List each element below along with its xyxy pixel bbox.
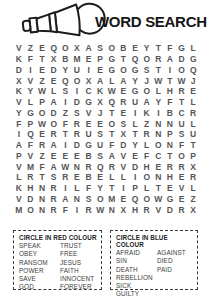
grid-cell-r15c2[interactable]: D: [25, 194, 37, 205]
grid-cell-r7c12[interactable]: K: [141, 108, 153, 119]
grid-cell-r5c9[interactable]: W: [106, 86, 118, 97]
grid-cell-r12c12[interactable]: H: [141, 161, 153, 172]
grid-cell-r1c12[interactable]: Y: [141, 43, 153, 54]
grid-cell-r15c6[interactable]: N: [71, 194, 83, 205]
grid-cell-r2c6[interactable]: M: [71, 54, 83, 65]
grid-cell-r5c8[interactable]: K: [94, 86, 106, 97]
grid-cell-r2c15[interactable]: D: [176, 54, 188, 65]
grid-cell-r16c5[interactable]: F: [60, 204, 72, 215]
word-item: DIED: [157, 257, 197, 265]
grid-cell-r7c15[interactable]: C: [176, 108, 188, 119]
grid-cell-r5c12[interactable]: O: [141, 86, 153, 97]
grid-cell-r5c6[interactable]: I: [71, 86, 83, 97]
grid-cell-r16c1[interactable]: M: [13, 204, 25, 215]
grid-cell-r7c5[interactable]: Z: [60, 108, 72, 119]
grid-cell-r12c13[interactable]: E: [153, 161, 165, 172]
grid-cell-r10c12[interactable]: L: [141, 140, 153, 151]
grid-cell-r3c9[interactable]: G: [106, 65, 118, 76]
grid-cell-r1c8[interactable]: S: [94, 43, 106, 54]
word-item: SIN: [116, 257, 157, 265]
grid-cell-r15c13[interactable]: W: [153, 194, 165, 205]
grid-cell-r4c2[interactable]: V: [25, 75, 37, 86]
grid-cell-r6c11[interactable]: U: [129, 97, 141, 108]
grid-cell-r2c10[interactable]: T: [118, 54, 130, 65]
grid-cell-r15c14[interactable]: G: [164, 194, 176, 205]
grid-cell-r12c14[interactable]: R: [164, 161, 176, 172]
grid-cell-r6c8[interactable]: X: [94, 97, 106, 108]
grid-cell-r12c1[interactable]: V: [13, 161, 25, 172]
grid-cell-r6c5[interactable]: I: [60, 97, 72, 108]
grid-cell-r4c12[interactable]: J: [141, 75, 153, 86]
grid-cell-r15c15[interactable]: E: [176, 194, 188, 205]
grid-cell-r15c3[interactable]: N: [36, 194, 48, 205]
grid-cell-r12c6[interactable]: N: [71, 161, 83, 172]
grid-cell-r7c10[interactable]: E: [118, 108, 130, 119]
grid-cell-r13c3[interactable]: T: [36, 172, 48, 183]
grid-cell-r1c13[interactable]: T: [153, 43, 165, 54]
grid-cell-r10c5[interactable]: I: [60, 140, 72, 151]
grid-cell-r8c12[interactable]: Z: [141, 118, 153, 129]
grid-cell-r13c12[interactable]: O: [141, 172, 153, 183]
grid-cell-r11c4[interactable]: E: [48, 151, 60, 162]
grid-cell-r15c11[interactable]: Q: [129, 194, 141, 205]
grid-cell-r1c5[interactable]: O: [60, 43, 72, 54]
grid-cell-r3c1[interactable]: D: [13, 65, 25, 76]
grid-cell-r8c15[interactable]: U: [176, 118, 188, 129]
grid-cell-r8c16[interactable]: L: [187, 118, 199, 129]
grid-cell-r6c1[interactable]: V: [13, 97, 25, 108]
grid-cell-r15c4[interactable]: R: [48, 194, 60, 205]
grid-cell-r2c13[interactable]: R: [153, 54, 165, 65]
grid-cell-r10c2[interactable]: F: [25, 140, 37, 151]
grid-cell-r14c1[interactable]: K: [13, 183, 25, 194]
grid-cell-r2c3[interactable]: T: [36, 54, 48, 65]
grid-cell-r11c1[interactable]: P: [13, 151, 25, 162]
grid-cell-r13c13[interactable]: N: [153, 172, 165, 183]
grid-cell-r15c8[interactable]: O: [94, 194, 106, 205]
word-item: REBELLION: [116, 274, 157, 282]
grid-cell-r10c7[interactable]: G: [83, 140, 95, 151]
grid-cell-r16c3[interactable]: N: [36, 204, 48, 215]
grid-cell-r9c15[interactable]: S: [176, 129, 188, 140]
grid-cell-r13c7[interactable]: B: [83, 172, 95, 183]
grid-cell-r16c7[interactable]: R: [83, 204, 95, 215]
word-item: RANSOM: [19, 259, 60, 267]
grid-cell-r6c13[interactable]: Y: [153, 97, 165, 108]
grid-cell-r14c4[interactable]: R: [48, 183, 60, 194]
grid-cell-r15c5[interactable]: A: [60, 194, 72, 205]
grid-cell-r3c5[interactable]: Y: [60, 65, 72, 76]
grid-cell-r2c12[interactable]: O: [141, 54, 153, 65]
blue-box-title: CIRCLE IN BLUE COLOUR: [116, 234, 197, 248]
grid-cell-r1c9[interactable]: O: [106, 43, 118, 54]
grid-cell-r13c10[interactable]: L: [118, 172, 130, 183]
grid-cell-r5c11[interactable]: G: [129, 86, 141, 97]
grid-cell-r12c5[interactable]: W: [60, 161, 72, 172]
grid-cell-r1c16[interactable]: L: [187, 43, 199, 54]
grid-cell-r4c15[interactable]: W: [176, 75, 188, 86]
grid-cell-r14c6[interactable]: L: [71, 183, 83, 194]
grid-cell-r1c1[interactable]: V: [13, 43, 25, 54]
grid-cell-r10c3[interactable]: R: [36, 140, 48, 151]
grid-cell-r3c13[interactable]: T: [153, 65, 165, 76]
grid-cell-r7c11[interactable]: I: [129, 108, 141, 119]
grid-cell-r3c4[interactable]: D: [48, 65, 60, 76]
grid-cell-r11c13[interactable]: C: [153, 151, 165, 162]
grid-cell-r10c6[interactable]: D: [71, 140, 83, 151]
grid-cell-r5c10[interactable]: E: [118, 86, 130, 97]
grid-cell-r7c4[interactable]: D: [48, 108, 60, 119]
grid-cell-r15c1[interactable]: V: [13, 194, 25, 205]
grid-cell-r10c16[interactable]: T: [187, 140, 199, 151]
grid-cell-r7c9[interactable]: T: [106, 108, 118, 119]
grid-cell-r16c2[interactable]: O: [25, 204, 37, 215]
grid-cell-r5c3[interactable]: W: [36, 86, 48, 97]
grid-cell-r5c16[interactable]: E: [187, 86, 199, 97]
grid-cell-r12c8[interactable]: Q: [94, 161, 106, 172]
grid-cell-r2c14[interactable]: A: [164, 54, 176, 65]
grid-cell-r14c9[interactable]: T: [106, 183, 118, 194]
grid-cell-r2c4[interactable]: X: [48, 54, 60, 65]
grid-cell-r8c6[interactable]: R: [71, 118, 83, 129]
grid-cell-r2c1[interactable]: K: [13, 54, 25, 65]
grid-cell-r12c11[interactable]: D: [129, 161, 141, 172]
grid-cell-r11c10[interactable]: V: [118, 151, 130, 162]
grid-cell-r11c12[interactable]: F: [141, 151, 153, 162]
grid-cell-r13c16[interactable]: R: [187, 172, 199, 183]
word-search-grid: VZEQOXASOBEYTFGLKFTXBMEPGTQORADGDIEDYUIE…: [13, 43, 199, 215]
grid-cell-r1c6[interactable]: X: [71, 43, 83, 54]
grid-cell-r8c14[interactable]: N: [164, 118, 176, 129]
grid-cell-r10c9[interactable]: F: [106, 140, 118, 151]
grid-cell-r13c8[interactable]: E: [94, 172, 106, 183]
word-item: AGAINST: [157, 249, 197, 257]
grid-cell-r13c1[interactable]: L: [13, 172, 25, 183]
grid-cell-r14c3[interactable]: N: [36, 183, 48, 194]
grid-cell-r8c3[interactable]: W: [36, 118, 48, 129]
grid-cell-r16c8[interactable]: W: [94, 204, 106, 215]
grid-cell-r12c16[interactable]: X: [187, 161, 199, 172]
word-item: FREE: [60, 250, 101, 258]
grid-cell-r2c8[interactable]: P: [94, 54, 106, 65]
blue-word-column-1: AFRAIDSINDEATHREBELLIONSICKGUILTY: [116, 249, 157, 299]
grid-cell-r1c15[interactable]: G: [176, 43, 188, 54]
grid-cell-r9c12[interactable]: R: [141, 129, 153, 140]
grid-cell-r4c3[interactable]: Z: [36, 75, 48, 86]
grid-cell-r14c2[interactable]: H: [25, 183, 37, 194]
grid-cell-r14c14[interactable]: E: [164, 183, 176, 194]
grid-cell-r9c4[interactable]: R: [48, 129, 60, 140]
grid-cell-r7c13[interactable]: I: [153, 108, 165, 119]
grid-cell-r8c11[interactable]: L: [129, 118, 141, 129]
grid-cell-r3c15[interactable]: O: [176, 65, 188, 76]
red-word-box: CIRCLE IN RED COLOUR SPEAKOBEYRANSOMPOWE…: [13, 230, 102, 290]
word-item: TRUST: [60, 242, 101, 250]
grid-cell-r13c5[interactable]: R: [60, 172, 72, 183]
grid-cell-r15c10[interactable]: E: [118, 194, 130, 205]
grid-cell-r13c15[interactable]: E: [176, 172, 188, 183]
word-item: SICK: [116, 282, 157, 290]
grid-cell-r16c4[interactable]: R: [48, 204, 60, 215]
grid-cell-r2c7[interactable]: E: [83, 54, 95, 65]
grid-cell-r4c13[interactable]: W: [153, 75, 165, 86]
grid-cell-r6c14[interactable]: F: [164, 97, 176, 108]
grid-cell-r6c2[interactable]: L: [25, 97, 37, 108]
grid-cell-r1c10[interactable]: B: [118, 43, 130, 54]
grid-cell-r5c15[interactable]: R: [176, 86, 188, 97]
grid-cell-r11c15[interactable]: O: [176, 151, 188, 162]
grid-cell-r9c14[interactable]: P: [164, 129, 176, 140]
grid-cell-r6c3[interactable]: P: [36, 97, 48, 108]
grid-cell-r3c10[interactable]: O: [118, 65, 130, 76]
grid-cell-r1c2[interactable]: Z: [25, 43, 37, 54]
word-item: SAVE: [19, 275, 60, 283]
grid-cell-r2c11[interactable]: Q: [129, 54, 141, 65]
blue-box-columns: AFRAIDSINDEATHREBELLIONSICKGUILTY AGAINS…: [116, 249, 197, 299]
red-word-column-2: TRUSTFREEJESUSFAITHINNOCENTFOREVER: [60, 242, 101, 292]
grid-cell-r10c8[interactable]: U: [94, 140, 106, 151]
grid-cell-r3c16[interactable]: Q: [187, 65, 199, 76]
grid-cell-r14c13[interactable]: T: [153, 183, 165, 194]
grid-cell-r11c8[interactable]: S: [94, 151, 106, 162]
grid-cell-r4c1[interactable]: X: [13, 75, 25, 86]
grid-cell-r6c9[interactable]: Q: [106, 97, 118, 108]
grid-cell-r7c6[interactable]: S: [71, 108, 83, 119]
grid-cell-r12c15[interactable]: R: [176, 161, 188, 172]
grid-cell-r1c4[interactable]: Q: [48, 43, 60, 54]
header: WORD SEARCH: [0, 0, 212, 44]
grid-cell-r16c15[interactable]: R: [176, 204, 188, 215]
grid-cell-r9c11[interactable]: T: [129, 129, 141, 140]
red-word-column-1: SPEAKOBEYRANSOMPOWERSAVEGOD: [19, 242, 60, 292]
grid-cell-r16c12[interactable]: R: [141, 204, 153, 215]
grid-cell-r8c2[interactable]: P: [25, 118, 37, 129]
word-item: GUILTY: [116, 290, 157, 298]
grid-cell-r7c2[interactable]: G: [25, 108, 37, 119]
grid-cell-r14c16[interactable]: L: [187, 183, 199, 194]
grid-cell-r14c7[interactable]: F: [83, 183, 95, 194]
grid-cell-r11c3[interactable]: Z: [36, 151, 48, 162]
grid-cell-r11c11[interactable]: E: [129, 151, 141, 162]
grid-cell-r12c2[interactable]: M: [25, 161, 37, 172]
grid-cell-r12c3[interactable]: F: [36, 161, 48, 172]
grid-cell-r13c11[interactable]: I: [129, 172, 141, 183]
grid-cell-r10c4[interactable]: A: [48, 140, 60, 151]
grid-cell-r15c9[interactable]: M: [106, 194, 118, 205]
grid-cell-r9c1[interactable]: I: [13, 129, 25, 140]
grid-cell-r10c10[interactable]: D: [118, 140, 130, 151]
grid-cell-r3c3[interactable]: E: [36, 65, 48, 76]
grid-cell-r11c14[interactable]: T: [164, 151, 176, 162]
grid-cell-r16c9[interactable]: N: [106, 204, 118, 215]
grid-cell-r8c10[interactable]: S: [118, 118, 130, 129]
grid-cell-r16c13[interactable]: V: [153, 204, 165, 215]
word-item: OBEY: [19, 250, 60, 258]
grid-cell-r9c16[interactable]: U: [187, 129, 199, 140]
grid-cell-r1c11[interactable]: E: [129, 43, 141, 54]
grid-cell-r10c13[interactable]: O: [153, 140, 165, 151]
grid-cell-r9c3[interactable]: E: [36, 129, 48, 140]
grid-cell-r6c16[interactable]: L: [187, 97, 199, 108]
worksheet-page: WORD SEARCH VZEQOXASOBEYTFGLKFTXBMEPGTQO…: [0, 0, 212, 300]
grid-cell-r5c7[interactable]: C: [83, 86, 95, 97]
grid-cell-r5c5[interactable]: S: [60, 86, 72, 97]
grid-cell-r16c10[interactable]: X: [118, 204, 130, 215]
grid-cell-r10c11[interactable]: Y: [129, 140, 141, 151]
grid-cell-r3c6[interactable]: U: [71, 65, 83, 76]
grid-cell-r14c8[interactable]: Y: [94, 183, 106, 194]
grid-cell-r9c7[interactable]: U: [83, 129, 95, 140]
grid-cell-r9c6[interactable]: R: [71, 129, 83, 140]
grid-cell-r4c10[interactable]: A: [118, 75, 130, 86]
grid-cell-r9c8[interactable]: S: [94, 129, 106, 140]
grid-cell-r11c16[interactable]: P: [187, 151, 199, 162]
grid-cell-r4c8[interactable]: A: [94, 75, 106, 86]
grid-cell-r12c9[interactable]: R: [106, 161, 118, 172]
grid-cell-r6c7[interactable]: G: [83, 97, 95, 108]
grid-cell-r14c10[interactable]: I: [118, 183, 130, 194]
grid-cell-r5c1[interactable]: K: [13, 86, 25, 97]
grid-cell-r5c14[interactable]: H: [164, 86, 176, 97]
grid-cell-r7c3[interactable]: O: [36, 108, 48, 119]
blue-word-box: CIRCLE IN BLUE COLOUR AFRAIDSINDEATHREBE…: [110, 230, 198, 290]
grid-cell-r16c16[interactable]: X: [187, 204, 199, 215]
grid-cell-r4c4[interactable]: E: [48, 75, 60, 86]
grid-cell-r14c15[interactable]: V: [176, 183, 188, 194]
grid-cell-r3c7[interactable]: I: [83, 65, 95, 76]
word-item: SPEAK: [19, 242, 60, 250]
grid-cell-r5c2[interactable]: Y: [25, 86, 37, 97]
grid-cell-r10c15[interactable]: F: [176, 140, 188, 151]
grid-cell-r1c14[interactable]: F: [164, 43, 176, 54]
grid-cell-r8c1[interactable]: F: [13, 118, 25, 129]
grid-cell-r3c2[interactable]: I: [25, 65, 37, 76]
grid-cell-r11c7[interactable]: B: [83, 151, 95, 162]
word-item: GOD: [19, 283, 60, 291]
grid-cell-r7c1[interactable]: Y: [13, 108, 25, 119]
grid-cell-r11c2[interactable]: V: [25, 151, 37, 162]
word-item: FOREVER: [60, 283, 101, 291]
grid-cell-r11c9[interactable]: A: [106, 151, 118, 162]
grid-cell-r11c6[interactable]: E: [71, 151, 83, 162]
grid-cell-r6c10[interactable]: R: [118, 97, 130, 108]
grid-cell-r7c16[interactable]: R: [187, 108, 199, 119]
grid-cell-r8c9[interactable]: O: [106, 118, 118, 129]
red-box-title: CIRCLE IN RED COLOUR: [19, 234, 101, 241]
grid-cell-r14c12[interactable]: L: [141, 183, 153, 194]
grid-cell-r16c6[interactable]: I: [71, 204, 83, 215]
grid-cell-r5c4[interactable]: L: [48, 86, 60, 97]
grid-cell-r6c4[interactable]: A: [48, 97, 60, 108]
grid-cell-r15c16[interactable]: Z: [187, 194, 199, 205]
grid-cell-r12c4[interactable]: A: [48, 161, 60, 172]
grid-cell-r12c7[interactable]: R: [83, 161, 95, 172]
grid-cell-r4c11[interactable]: Y: [129, 75, 141, 86]
grid-cell-r6c6[interactable]: D: [71, 97, 83, 108]
grid-cell-r14c11[interactable]: P: [129, 183, 141, 194]
grid-cell-r16c14[interactable]: D: [164, 204, 176, 215]
grid-cell-r8c13[interactable]: N: [153, 118, 165, 129]
grid-cell-r12c10[interactable]: V: [118, 161, 130, 172]
grid-cell-r11c5[interactable]: E: [60, 151, 72, 162]
grid-cell-r4c5[interactable]: Q: [60, 75, 72, 86]
grid-cell-r14c5[interactable]: I: [60, 183, 72, 194]
grid-cell-r2c2[interactable]: F: [25, 54, 37, 65]
page-title: WORD SEARCH: [95, 13, 207, 30]
grid-cell-r8c8[interactable]: E: [94, 118, 106, 129]
grid-cell-r4c7[interactable]: X: [83, 75, 95, 86]
grid-cell-r16c11[interactable]: H: [129, 204, 141, 215]
grid-cell-r13c4[interactable]: S: [48, 172, 60, 183]
word-item: JESUS: [60, 259, 101, 267]
grid-cell-r13c9[interactable]: L: [106, 172, 118, 183]
grid-cell-r9c13[interactable]: N: [153, 129, 165, 140]
grid-cell-r9c5[interactable]: T: [60, 129, 72, 140]
grid-cell-r13c6[interactable]: E: [71, 172, 83, 183]
grid-cell-r2c5[interactable]: B: [60, 54, 72, 65]
grid-cell-r8c7[interactable]: E: [83, 118, 95, 129]
grid-cell-r10c14[interactable]: N: [164, 140, 176, 151]
grid-cell-r6c12[interactable]: A: [141, 97, 153, 108]
grid-cell-r3c14[interactable]: I: [164, 65, 176, 76]
word-item: POWER: [19, 267, 60, 275]
word-item: PAID: [157, 266, 197, 274]
grid-cell-r4c6[interactable]: O: [71, 75, 83, 86]
grid-cell-r2c9[interactable]: G: [106, 54, 118, 65]
grid-cell-r13c2[interactable]: R: [25, 172, 37, 183]
word-item: DEATH: [116, 266, 157, 274]
grid-cell-r1c3[interactable]: E: [36, 43, 48, 54]
word-item: FAITH: [60, 267, 101, 275]
grid-cell-r4c9[interactable]: L: [106, 75, 118, 86]
grid-cell-r8c5[interactable]: F: [60, 118, 72, 129]
word-item: AFRAID: [116, 249, 157, 257]
word-item: INNOCENT: [60, 275, 101, 283]
grid-cell-r8c4[interactable]: O: [48, 118, 60, 129]
grid-cell-r3c8[interactable]: E: [94, 65, 106, 76]
grid-cell-r15c12[interactable]: O: [141, 194, 153, 205]
grid-cell-r3c12[interactable]: S: [141, 65, 153, 76]
grid-cell-r4c16[interactable]: J: [187, 75, 199, 86]
grid-cell-r15c7[interactable]: S: [83, 194, 95, 205]
grid-cell-r2c16[interactable]: G: [187, 54, 199, 65]
grid-cell-r7c7[interactable]: V: [83, 108, 95, 119]
grid-cell-r10c1[interactable]: A: [13, 140, 25, 151]
grid-cell-r6c15[interactable]: T: [176, 97, 188, 108]
grid-cell-r7c14[interactable]: B: [164, 108, 176, 119]
grid-cell-r1c7[interactable]: A: [83, 43, 95, 54]
grid-cell-r4c14[interactable]: T: [164, 75, 176, 86]
grid-cell-r9c2[interactable]: Q: [25, 129, 37, 140]
grid-cell-r13c14[interactable]: H: [164, 172, 176, 183]
grid-cell-r9c10[interactable]: X: [118, 129, 130, 140]
grid-cell-r9c9[interactable]: T: [106, 129, 118, 140]
blue-word-column-2: AGAINSTDIEDPAID: [157, 249, 197, 299]
grid-cell-r3c11[interactable]: G: [129, 65, 141, 76]
grid-cell-r5c13[interactable]: L: [153, 86, 165, 97]
red-box-columns: SPEAKOBEYRANSOMPOWERSAVEGOD TRUSTFREEJES…: [19, 242, 101, 292]
grid-cell-r7c8[interactable]: J: [94, 108, 106, 119]
